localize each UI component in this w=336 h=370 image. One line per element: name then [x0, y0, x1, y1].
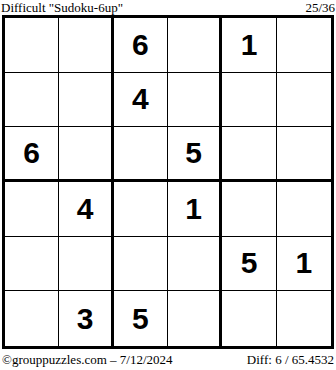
cell-r5c3[interactable]: [114, 237, 168, 292]
cell-r5c6: 1: [277, 237, 331, 292]
cell-r6c2: 3: [59, 291, 113, 346]
cell-r1c5: 1: [222, 18, 276, 73]
cell-r3c5[interactable]: [222, 127, 276, 182]
cell-r6c3: 5: [114, 291, 168, 346]
cell-r3c2[interactable]: [59, 127, 113, 182]
cell-r2c3: 4: [114, 73, 168, 128]
cell-r1c6[interactable]: [277, 18, 331, 73]
cell-r1c4[interactable]: [168, 18, 222, 73]
cell-r4c4: 1: [168, 182, 222, 237]
cell-r3c6[interactable]: [277, 127, 331, 182]
cell-r5c1[interactable]: [5, 237, 59, 292]
cells-remaining-counter: 25/36: [305, 1, 335, 14]
copyright-text: ©grouppuzzles.com – 7/12/2024: [2, 353, 173, 366]
cell-r3c3[interactable]: [114, 127, 168, 182]
cell-r5c5: 5: [222, 237, 276, 292]
header: Difficult "Sudoku-6up" 25/36: [0, 0, 336, 15]
cell-r6c5[interactable]: [222, 291, 276, 346]
cell-r4c1[interactable]: [5, 182, 59, 237]
cell-r5c2[interactable]: [59, 237, 113, 292]
sudoku-grid: 61465415135: [2, 15, 334, 349]
cell-r4c3[interactable]: [114, 182, 168, 237]
cell-r5c4[interactable]: [168, 237, 222, 292]
cell-r6c4[interactable]: [168, 291, 222, 346]
footer: ©grouppuzzles.com – 7/12/2024 Diff: 6 / …: [0, 349, 336, 366]
cell-r2c4[interactable]: [168, 73, 222, 128]
cell-r6c1[interactable]: [5, 291, 59, 346]
cell-r1c3: 6: [114, 18, 168, 73]
cell-r3c1: 6: [5, 127, 59, 182]
cell-r2c5[interactable]: [222, 73, 276, 128]
cell-r4c2: 4: [59, 182, 113, 237]
cell-r3c4: 5: [168, 127, 222, 182]
cell-r2c2[interactable]: [59, 73, 113, 128]
cell-r4c5[interactable]: [222, 182, 276, 237]
cell-r2c1[interactable]: [5, 73, 59, 128]
cell-r2c6[interactable]: [277, 73, 331, 128]
puzzle-page: Difficult "Sudoku-6up" 25/36 61465415135…: [0, 0, 336, 370]
cell-r1c2[interactable]: [59, 18, 113, 73]
cell-r6c6[interactable]: [277, 291, 331, 346]
cell-r1c1[interactable]: [5, 18, 59, 73]
puzzle-title: Difficult "Sudoku-6up": [1, 1, 123, 14]
cell-r4c6[interactable]: [277, 182, 331, 237]
difficulty-text: Diff: 6 / 65.4532: [247, 353, 334, 366]
